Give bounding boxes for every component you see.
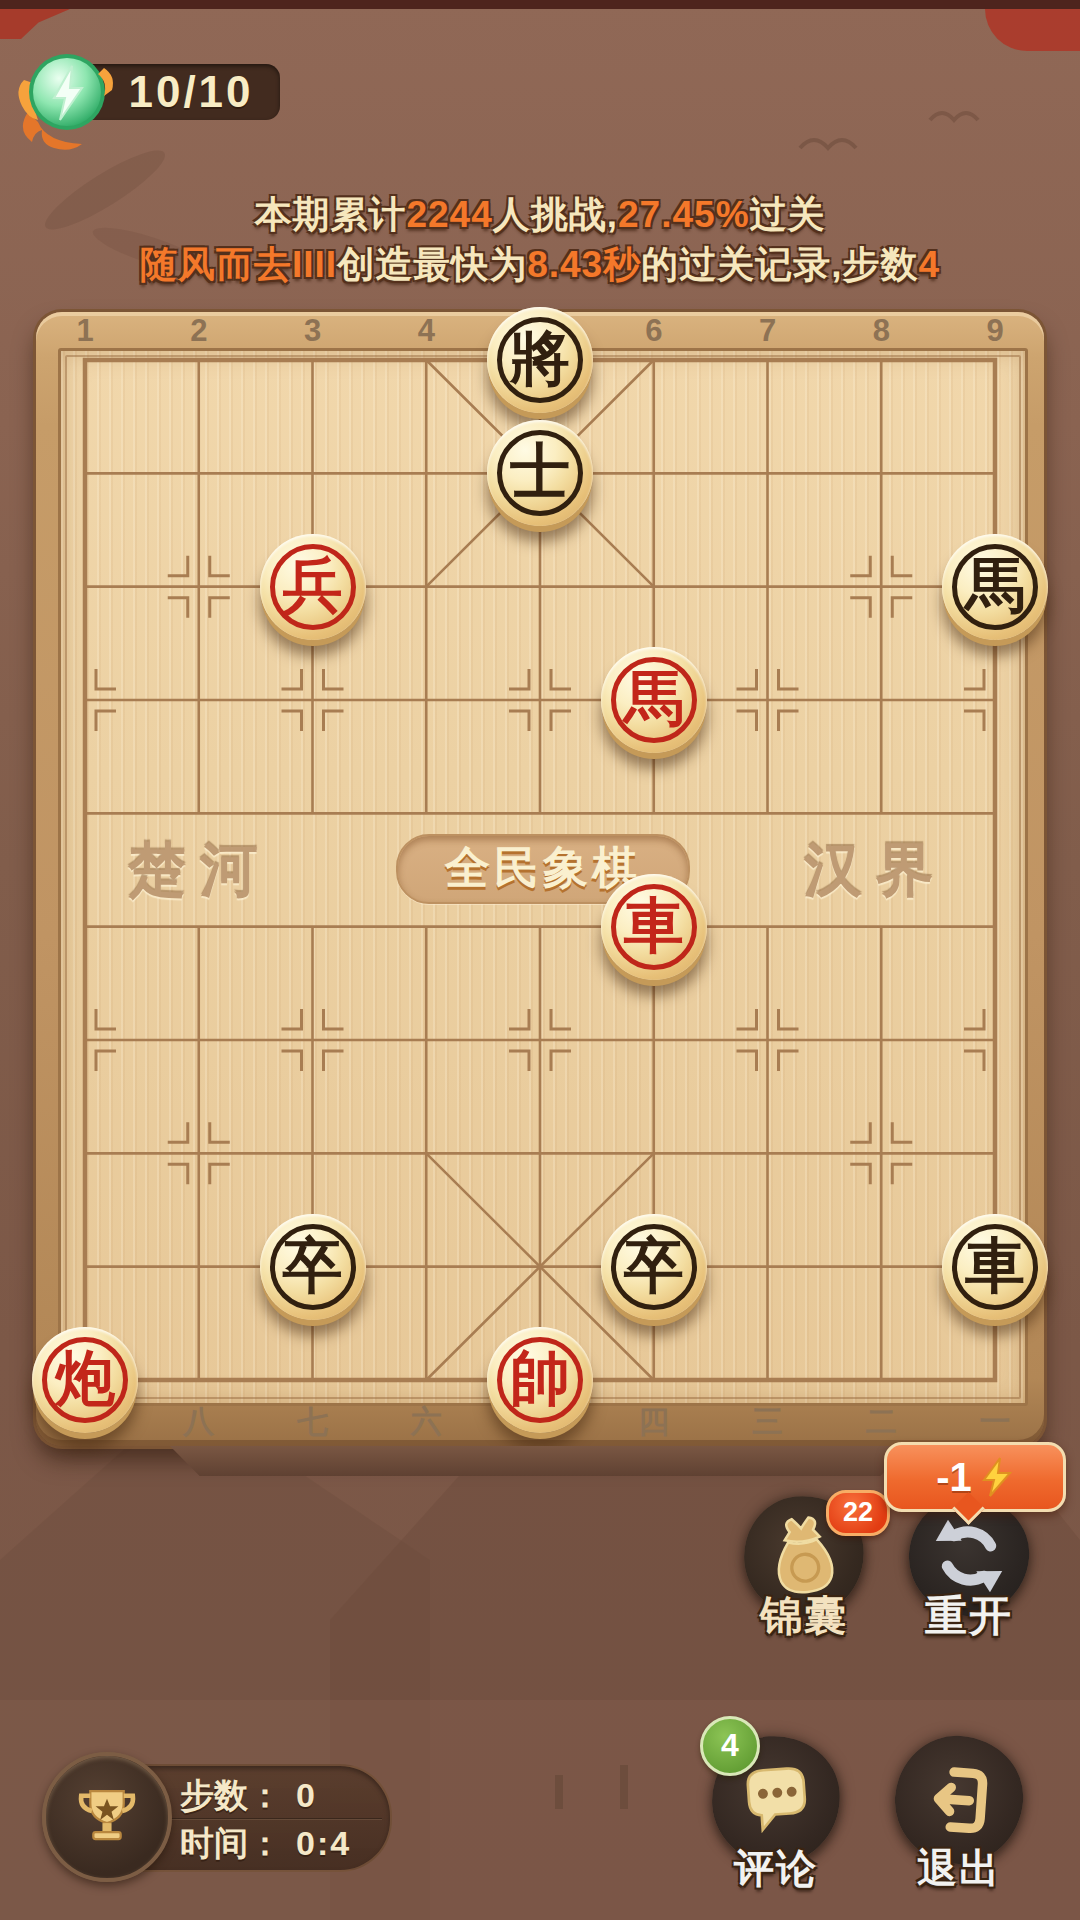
text-segment: 的过关记录,步数 [641, 244, 918, 285]
piece-black-將[interactable]: 將 [487, 307, 593, 413]
trophy-icon [69, 1779, 145, 1855]
comment-count-badge: 4 [700, 1716, 760, 1776]
piece-glyph: 卒 [601, 1214, 707, 1320]
steps-value: 0 [296, 1776, 317, 1814]
exit-door-icon [913, 1754, 1005, 1846]
piece-black-士[interactable]: 士 [487, 420, 593, 526]
corner-ribbon-left [0, 9, 70, 39]
comment-label: 评论 [696, 1844, 856, 1892]
text-segment: 2244 [406, 194, 492, 235]
piece-red-車[interactable]: 車 [601, 874, 707, 980]
text-segment: 27.45% [618, 194, 750, 235]
energy-gem-icon[interactable] [10, 40, 120, 150]
text-segment: 本期累计 [254, 194, 406, 235]
board-bottom-ledge [170, 1446, 910, 1476]
piece-glyph: 將 [487, 307, 593, 413]
hint-count-badge: 22 [826, 1490, 890, 1536]
piece-black-卒[interactable]: 卒 [260, 1214, 366, 1320]
piece-black-卒[interactable]: 卒 [601, 1214, 707, 1320]
top-edge-strip [0, 0, 1080, 9]
corner-ribbon-right [985, 9, 1080, 51]
piece-glyph: 卒 [260, 1214, 366, 1320]
time-value: 0:4 [296, 1824, 351, 1862]
piece-glyph: 兵 [260, 534, 366, 640]
piece-black-馬[interactable]: 馬 [942, 534, 1048, 640]
piece-red-炮[interactable]: 炮 [32, 1327, 138, 1433]
energy-counter-value: 10/10 [96, 62, 286, 122]
text-segment: 人挑战, [493, 194, 618, 235]
text-segment: 4 [918, 244, 940, 285]
game-screen: 10/10 本期累计2244人挑战,27.45%过关 随风而去IIII创造最快为… [0, 0, 1080, 1920]
pieces-layer: 將士兵馬馬車卒卒車炮帥 [28, 303, 1052, 1436]
exit-label: 退出 [879, 1844, 1039, 1892]
time-label: 时间： [180, 1824, 282, 1862]
piece-glyph: 帥 [487, 1327, 593, 1433]
text-segment: 过关 [750, 194, 826, 235]
piece-glyph: 車 [601, 874, 707, 980]
piece-red-馬[interactable]: 馬 [601, 647, 707, 753]
restart-cost-value: -1 [936, 1455, 972, 1500]
record-stats-line: 随风而去IIII创造最快为8.43秒的过关记录,步数4 [0, 240, 1080, 290]
hint-bag-label: 锦囊 [724, 1592, 884, 1640]
lightning-icon [980, 1457, 1014, 1497]
piece-glyph: 車 [942, 1214, 1048, 1320]
text-segment: 创造最快为 [337, 244, 527, 285]
time-counter: 时间：0:4 [180, 1820, 390, 1866]
piece-black-車[interactable]: 車 [942, 1214, 1048, 1320]
piece-glyph: 馬 [601, 647, 707, 753]
piece-glyph: 炮 [32, 1327, 138, 1433]
xiangqi-board: 123456789 九八七六五四三二一 楚河 汉界 全民象棋 將士兵馬馬車卒卒車… [36, 312, 1044, 1446]
piece-red-帥[interactable]: 帥 [487, 1327, 593, 1433]
piece-glyph: 馬 [942, 534, 1048, 640]
piece-glyph: 士 [487, 420, 593, 526]
steps-label: 步数： [180, 1776, 282, 1814]
steps-counter: 步数：0 [180, 1772, 390, 1818]
text-segment: 8.43秒 [527, 244, 641, 285]
restart-cost-bubble: -1 [884, 1442, 1066, 1512]
text-segment: 随风而去IIII [140, 244, 337, 285]
trophy-medal [42, 1752, 172, 1882]
challenge-stats-line: 本期累计2244人挑战,27.45%过关 [0, 190, 1080, 240]
piece-red-兵[interactable]: 兵 [260, 534, 366, 640]
restart-label: 重开 [889, 1592, 1049, 1640]
